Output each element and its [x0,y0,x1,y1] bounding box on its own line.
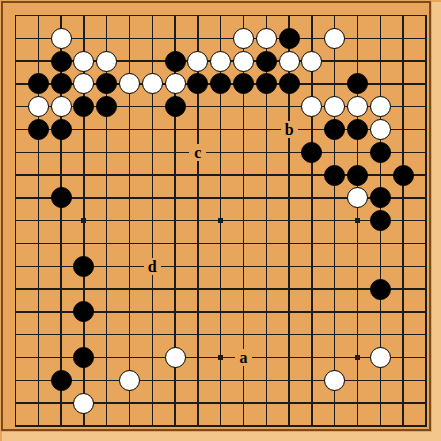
star-point [81,218,86,223]
white-stone[interactable] [28,96,49,117]
star-point [355,218,360,223]
grid-line-vertical [334,15,336,427]
black-stone[interactable] [165,51,186,72]
go-board[interactable]: bcda [0,0,441,441]
black-stone[interactable] [347,119,368,140]
white-stone[interactable] [96,51,117,72]
black-stone[interactable] [324,165,345,186]
white-stone[interactable] [324,28,345,49]
grid-line-horizontal [15,425,427,427]
grid-line-vertical [425,15,427,427]
white-stone[interactable] [324,370,345,391]
white-stone[interactable] [73,393,94,414]
black-stone[interactable] [370,142,391,163]
black-stone[interactable] [393,165,414,186]
white-stone[interactable] [51,28,72,49]
black-stone[interactable] [51,119,72,140]
grid-line-horizontal [15,380,427,382]
white-stone[interactable] [165,73,186,94]
black-stone[interactable] [279,28,300,49]
board-label-b[interactable]: b [281,121,298,138]
white-stone[interactable] [73,51,94,72]
board-label-d[interactable]: d [144,258,161,275]
black-stone[interactable] [279,73,300,94]
white-stone[interactable] [233,51,254,72]
white-stone[interactable] [301,51,322,72]
black-stone[interactable] [370,279,391,300]
black-stone[interactable] [51,187,72,208]
grid-line-vertical [311,15,313,427]
black-stone[interactable] [51,51,72,72]
star-point [218,218,223,223]
white-stone[interactable] [279,51,300,72]
grid-line-horizontal [15,288,427,290]
board-label-c[interactable]: c [189,144,206,161]
black-stone[interactable] [347,165,368,186]
grid-line-horizontal [15,334,427,336]
white-stone[interactable] [51,96,72,117]
black-stone[interactable] [51,370,72,391]
board-frame-highlight-right [432,2,441,441]
grid-line-horizontal [15,243,427,245]
white-stone[interactable] [187,51,208,72]
board-frame-highlight-bottom [2,432,441,441]
white-stone[interactable] [165,347,186,368]
white-stone[interactable] [119,370,140,391]
black-stone[interactable] [256,51,277,72]
black-stone[interactable] [51,73,72,94]
star-point [355,355,360,360]
white-stone[interactable] [256,28,277,49]
black-stone[interactable] [28,119,49,140]
white-stone[interactable] [370,347,391,368]
white-stone[interactable] [233,28,254,49]
black-stone[interactable] [165,96,186,117]
white-stone[interactable] [370,96,391,117]
black-stone[interactable] [370,210,391,231]
white-stone[interactable] [370,119,391,140]
white-stone[interactable] [210,51,231,72]
grid-line-vertical [402,15,404,427]
board-label-a[interactable]: a [235,349,252,366]
star-point [218,355,223,360]
